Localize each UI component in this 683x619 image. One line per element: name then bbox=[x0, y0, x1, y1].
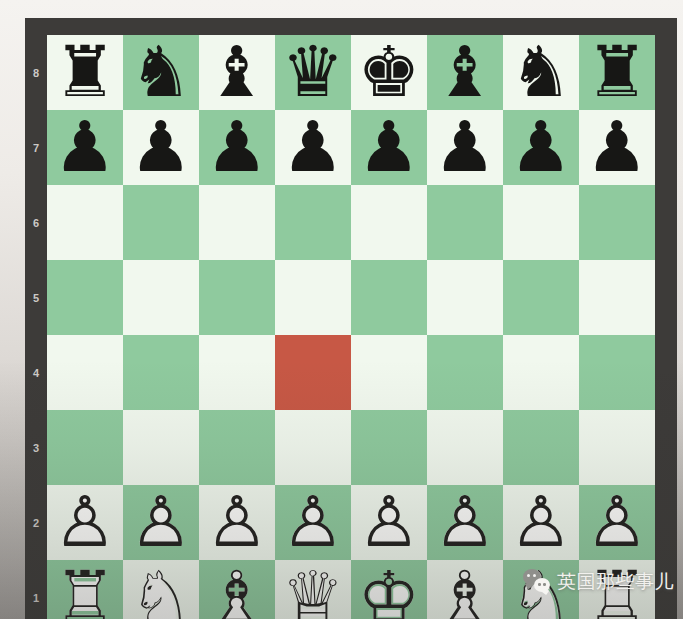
square-g7[interactable]: ♟ bbox=[503, 110, 579, 185]
square-f1[interactable]: ♝♗ bbox=[427, 560, 503, 619]
square-d5[interactable] bbox=[275, 260, 351, 335]
rank-label-8: 8 bbox=[25, 35, 47, 110]
piece-black-rook: ♜ bbox=[47, 35, 123, 110]
square-b6[interactable] bbox=[123, 185, 199, 260]
rank-label-2: 2 bbox=[25, 485, 47, 560]
square-c2[interactable]: ♟♙ bbox=[199, 485, 275, 560]
square-d2[interactable]: ♟♙ bbox=[275, 485, 351, 560]
white-pawn-fill: ♟ bbox=[579, 485, 655, 560]
piece-black-pawn: ♟ bbox=[275, 110, 351, 185]
square-b3[interactable] bbox=[123, 410, 199, 485]
square-b5[interactable] bbox=[123, 260, 199, 335]
square-c8[interactable]: ♝ bbox=[199, 35, 275, 110]
square-e2[interactable]: ♟♙ bbox=[351, 485, 427, 560]
square-g8[interactable]: ♞ bbox=[503, 35, 579, 110]
square-e8[interactable]: ♚ bbox=[351, 35, 427, 110]
piece-white-knight: ♘ bbox=[123, 560, 199, 619]
piece-black-pawn: ♟ bbox=[199, 110, 275, 185]
piece-white-pawn: ♙ bbox=[351, 485, 427, 560]
piece-white-pawn: ♙ bbox=[123, 485, 199, 560]
square-e1[interactable]: ♚♔ bbox=[351, 560, 427, 619]
piece-white-pawn: ♙ bbox=[199, 485, 275, 560]
square-f7[interactable]: ♟ bbox=[427, 110, 503, 185]
square-d4[interactable] bbox=[275, 335, 351, 410]
white-pawn-fill: ♟ bbox=[503, 485, 579, 560]
square-d3[interactable] bbox=[275, 410, 351, 485]
rank-label-3: 3 bbox=[25, 410, 47, 485]
square-g2[interactable]: ♟♙ bbox=[503, 485, 579, 560]
square-a4[interactable] bbox=[47, 335, 123, 410]
square-h3[interactable] bbox=[579, 410, 655, 485]
white-rook-fill: ♜ bbox=[47, 560, 123, 619]
piece-white-pawn: ♙ bbox=[47, 485, 123, 560]
square-b8[interactable]: ♞ bbox=[123, 35, 199, 110]
piece-white-rook: ♖ bbox=[47, 560, 123, 619]
piece-black-pawn: ♟ bbox=[351, 110, 427, 185]
piece-black-pawn: ♟ bbox=[503, 110, 579, 185]
rank-label-7: 7 bbox=[25, 110, 47, 185]
square-h6[interactable] bbox=[579, 185, 655, 260]
square-f4[interactable] bbox=[427, 335, 503, 410]
piece-white-king: ♔ bbox=[351, 560, 427, 619]
square-b1[interactable]: ♞♘ bbox=[123, 560, 199, 619]
rank-coordinates: 87654321 bbox=[25, 35, 47, 619]
square-a5[interactable] bbox=[47, 260, 123, 335]
square-f5[interactable] bbox=[427, 260, 503, 335]
piece-white-bishop: ♗ bbox=[199, 560, 275, 619]
white-pawn-fill: ♟ bbox=[123, 485, 199, 560]
piece-white-queen: ♕ bbox=[275, 560, 351, 619]
rank-label-1: 1 bbox=[25, 560, 47, 619]
square-h5[interactable] bbox=[579, 260, 655, 335]
wechat-icon bbox=[522, 566, 552, 598]
square-a2[interactable]: ♟♙ bbox=[47, 485, 123, 560]
square-c4[interactable] bbox=[199, 335, 275, 410]
square-b2[interactable]: ♟♙ bbox=[123, 485, 199, 560]
square-d1[interactable]: ♛♕ bbox=[275, 560, 351, 619]
square-a1[interactable]: ♜♖ bbox=[47, 560, 123, 619]
piece-black-bishop: ♝ bbox=[199, 35, 275, 110]
rank-label-6: 6 bbox=[25, 185, 47, 260]
piece-black-rook: ♜ bbox=[579, 35, 655, 110]
piece-black-king: ♚ bbox=[351, 35, 427, 110]
rank-label-5: 5 bbox=[25, 260, 47, 335]
square-h2[interactable]: ♟♙ bbox=[579, 485, 655, 560]
piece-white-pawn: ♙ bbox=[427, 485, 503, 560]
piece-white-pawn: ♙ bbox=[275, 485, 351, 560]
watermark-text: 英国那些事儿 bbox=[557, 569, 674, 595]
square-c3[interactable] bbox=[199, 410, 275, 485]
piece-black-knight: ♞ bbox=[123, 35, 199, 110]
square-f6[interactable] bbox=[427, 185, 503, 260]
square-f2[interactable]: ♟♙ bbox=[427, 485, 503, 560]
square-e3[interactable] bbox=[351, 410, 427, 485]
square-a8[interactable]: ♜ bbox=[47, 35, 123, 110]
watermark: 英国那些事儿 bbox=[522, 566, 674, 598]
white-knight-fill: ♞ bbox=[123, 560, 199, 619]
white-pawn-fill: ♟ bbox=[427, 485, 503, 560]
piece-black-pawn: ♟ bbox=[427, 110, 503, 185]
piece-black-pawn: ♟ bbox=[123, 110, 199, 185]
square-c7[interactable]: ♟ bbox=[199, 110, 275, 185]
white-pawn-fill: ♟ bbox=[275, 485, 351, 560]
piece-black-pawn: ♟ bbox=[47, 110, 123, 185]
square-e5[interactable] bbox=[351, 260, 427, 335]
square-g3[interactable] bbox=[503, 410, 579, 485]
piece-black-knight: ♞ bbox=[503, 35, 579, 110]
chess-board: ♜♞♝♛♚♝♞♜♟♟♟♟♟♟♟♟♟♙♟♙♟♙♟♙♟♙♟♙♟♙♟♙♜♖♞♘♝♗♛♕… bbox=[47, 35, 655, 619]
piece-black-pawn: ♟ bbox=[579, 110, 655, 185]
square-a7[interactable]: ♟ bbox=[47, 110, 123, 185]
square-b4[interactable] bbox=[123, 335, 199, 410]
square-h7[interactable]: ♟ bbox=[579, 110, 655, 185]
piece-white-bishop: ♗ bbox=[427, 560, 503, 619]
square-c1[interactable]: ♝♗ bbox=[199, 560, 275, 619]
square-d6[interactable] bbox=[275, 185, 351, 260]
white-king-fill: ♚ bbox=[351, 560, 427, 619]
white-queen-fill: ♛ bbox=[275, 560, 351, 619]
square-h4[interactable] bbox=[579, 335, 655, 410]
square-f8[interactable]: ♝ bbox=[427, 35, 503, 110]
white-bishop-fill: ♝ bbox=[199, 560, 275, 619]
square-b7[interactable]: ♟ bbox=[123, 110, 199, 185]
square-e7[interactable]: ♟ bbox=[351, 110, 427, 185]
video-frame: ♜♞♝♛♚♝♞♜♟♟♟♟♟♟♟♟♟♙♟♙♟♙♟♙♟♙♟♙♟♙♟♙♜♖♞♘♝♗♛♕… bbox=[0, 0, 683, 619]
white-bishop-fill: ♝ bbox=[427, 560, 503, 619]
square-h8[interactable]: ♜ bbox=[579, 35, 655, 110]
square-a3[interactable] bbox=[47, 410, 123, 485]
white-pawn-fill: ♟ bbox=[351, 485, 427, 560]
square-e6[interactable] bbox=[351, 185, 427, 260]
piece-white-pawn: ♙ bbox=[579, 485, 655, 560]
white-pawn-fill: ♟ bbox=[199, 485, 275, 560]
square-d7[interactable]: ♟ bbox=[275, 110, 351, 185]
square-c6[interactable] bbox=[199, 185, 275, 260]
white-pawn-fill: ♟ bbox=[47, 485, 123, 560]
piece-black-queen: ♛ bbox=[275, 35, 351, 110]
piece-black-bishop: ♝ bbox=[427, 35, 503, 110]
square-d8[interactable]: ♛ bbox=[275, 35, 351, 110]
piece-white-pawn: ♙ bbox=[503, 485, 579, 560]
square-c5[interactable] bbox=[199, 260, 275, 335]
square-f3[interactable] bbox=[427, 410, 503, 485]
rank-label-4: 4 bbox=[25, 335, 47, 410]
square-g6[interactable] bbox=[503, 185, 579, 260]
square-g4[interactable] bbox=[503, 335, 579, 410]
square-g5[interactable] bbox=[503, 260, 579, 335]
square-e4[interactable] bbox=[351, 335, 427, 410]
square-a6[interactable] bbox=[47, 185, 123, 260]
